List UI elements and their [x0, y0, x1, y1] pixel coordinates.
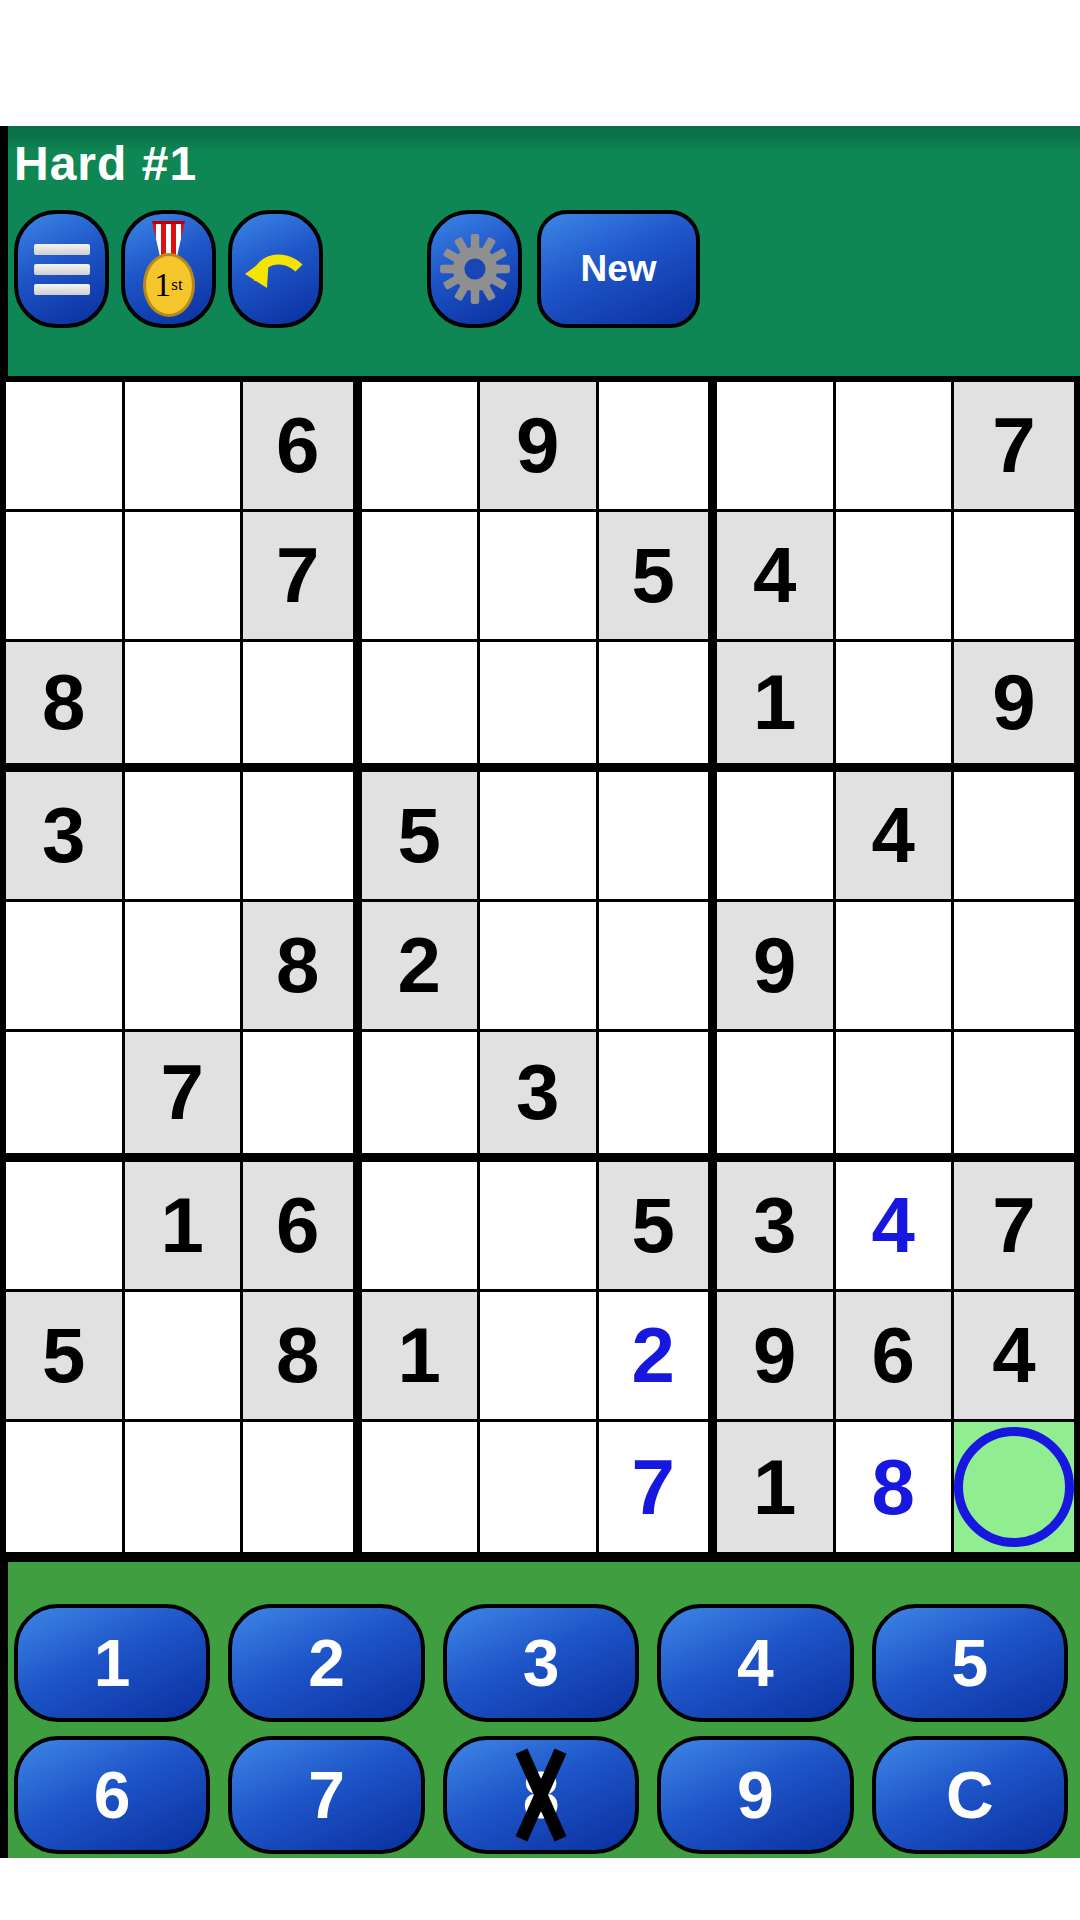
cell-r5c6[interactable]	[599, 902, 718, 1032]
cell-r2c9[interactable]	[954, 512, 1074, 642]
cell-r6c1[interactable]	[6, 1032, 125, 1162]
given-digit: 4	[992, 1310, 1035, 1401]
user-digit: 7	[632, 1442, 675, 1533]
cell-r1c9[interactable]: 7	[954, 382, 1074, 512]
header-bar: Hard #1 1st	[0, 126, 1080, 376]
undo-button[interactable]	[228, 210, 323, 328]
cell-r7c8[interactable]: 4	[836, 1162, 955, 1292]
cell-r8c7[interactable]: 9	[717, 1292, 836, 1422]
selected-cell-circle	[954, 1427, 1074, 1547]
cell-r3c6[interactable]	[599, 642, 718, 772]
given-digit: 3	[516, 1047, 559, 1138]
cell-r9c3[interactable]	[243, 1422, 362, 1552]
cell-r4c7[interactable]	[717, 772, 836, 902]
cell-r6c8[interactable]	[836, 1032, 955, 1162]
cell-r7c9[interactable]: 7	[954, 1162, 1074, 1292]
cell-r6c2[interactable]: 7	[125, 1032, 244, 1162]
cell-r2c1[interactable]	[6, 512, 125, 642]
given-digit: 2	[398, 920, 441, 1011]
cell-r1c4[interactable]	[362, 382, 481, 512]
cell-r8c4[interactable]: 1	[362, 1292, 481, 1422]
given-digit: 8	[276, 920, 319, 1011]
keypad-button-C[interactable]: C	[872, 1736, 1068, 1854]
keypad-button-label: 5	[951, 1625, 988, 1701]
keypad-button-label: 7	[308, 1757, 345, 1833]
hamburger-icon	[34, 244, 90, 295]
cell-r2c5[interactable]	[480, 512, 599, 642]
cell-r5c9[interactable]	[954, 902, 1074, 1032]
cell-r1c5[interactable]: 9	[480, 382, 599, 512]
given-digit: 6	[276, 1180, 319, 1271]
undo-arrow-icon	[243, 244, 309, 294]
given-digit: 4	[753, 530, 796, 621]
keypad-button-5[interactable]: 5	[872, 1604, 1068, 1722]
given-digit: 6	[276, 400, 319, 491]
medal-icon: 1st	[141, 221, 197, 317]
new-game-label: New	[580, 248, 656, 290]
cell-r9c7[interactable]: 1	[717, 1422, 836, 1552]
cell-r8c2[interactable]	[125, 1292, 244, 1422]
given-digit: 6	[872, 1310, 915, 1401]
cell-r8c9[interactable]: 4	[954, 1292, 1074, 1422]
given-digit: 1	[753, 657, 796, 748]
cell-r3c4[interactable]	[362, 642, 481, 772]
cell-r7c3[interactable]: 6	[243, 1162, 362, 1292]
gear-icon	[438, 232, 512, 306]
keypad-button-7[interactable]: 7	[228, 1736, 424, 1854]
keypad-button-label: 3	[523, 1625, 560, 1701]
cell-r9c5[interactable]	[480, 1422, 599, 1552]
trophy-button[interactable]: 1st	[121, 210, 216, 328]
page-title: Hard #1	[14, 136, 197, 191]
cell-r4c8[interactable]: 4	[836, 772, 955, 902]
cell-r8c8[interactable]: 6	[836, 1292, 955, 1422]
keypad-button-label: 1	[94, 1625, 131, 1701]
new-game-button[interactable]: New	[537, 210, 700, 328]
cell-r9c6[interactable]: 7	[599, 1422, 718, 1552]
given-digit: 5	[632, 1180, 675, 1271]
cell-r1c3[interactable]: 6	[243, 382, 362, 512]
cell-r5c5[interactable]	[480, 902, 599, 1032]
cell-r7c5[interactable]	[480, 1162, 599, 1292]
cell-r2c4[interactable]	[362, 512, 481, 642]
cell-r3c5[interactable]	[480, 642, 599, 772]
given-digit: 9	[992, 657, 1035, 748]
cell-r2c3[interactable]: 7	[243, 512, 362, 642]
cell-r1c2[interactable]	[125, 382, 244, 512]
keypad-button-2[interactable]: 2	[228, 1604, 424, 1722]
given-digit: 7	[276, 530, 319, 621]
keypad-button-3[interactable]: 3	[443, 1604, 639, 1722]
cell-r4c1[interactable]: 3	[6, 772, 125, 902]
cell-r3c3[interactable]	[243, 642, 362, 772]
cell-r8c1[interactable]: 5	[6, 1292, 125, 1422]
given-digit: 5	[398, 790, 441, 881]
cell-r6c3[interactable]	[243, 1032, 362, 1162]
given-digit: 3	[753, 1180, 796, 1271]
cell-r8c5[interactable]	[480, 1292, 599, 1422]
given-digit: 4	[872, 790, 915, 881]
given-digit: 1	[398, 1310, 441, 1401]
cell-r5c8[interactable]	[836, 902, 955, 1032]
cell-r6c5[interactable]: 3	[480, 1032, 599, 1162]
keypad-button-1[interactable]: 1	[14, 1604, 210, 1722]
number-keypad: 123456789C	[0, 1562, 1080, 1858]
user-digit: 8	[872, 1442, 915, 1533]
medal-rank-suffix: st	[171, 275, 182, 295]
given-digit: 7	[161, 1047, 204, 1138]
header-toolbar: 1st New	[14, 210, 700, 328]
keypad-button-9[interactable]: 9	[657, 1736, 853, 1854]
keypad-button-8[interactable]: 8	[443, 1736, 639, 1854]
cell-r4c3[interactable]	[243, 772, 362, 902]
keypad-button-4[interactable]: 4	[657, 1604, 853, 1722]
cell-r4c4[interactable]: 5	[362, 772, 481, 902]
given-digit: 5	[42, 1310, 85, 1401]
cell-r1c8[interactable]	[836, 382, 955, 512]
cell-r5c4[interactable]: 2	[362, 902, 481, 1032]
cell-r5c1[interactable]	[6, 902, 125, 1032]
keypad-button-label: 6	[94, 1757, 131, 1833]
given-digit: 1	[161, 1180, 204, 1271]
given-digit: 9	[753, 1310, 796, 1401]
cell-r7c2[interactable]: 1	[125, 1162, 244, 1292]
cell-r2c7[interactable]: 4	[717, 512, 836, 642]
given-digit: 7	[992, 1180, 1035, 1271]
cell-r5c3[interactable]: 8	[243, 902, 362, 1032]
cell-r3c1[interactable]: 8	[6, 642, 125, 772]
given-digit: 8	[276, 1310, 319, 1401]
given-digit: 9	[516, 400, 559, 491]
cell-r1c1[interactable]	[6, 382, 125, 512]
cell-r2c2[interactable]	[125, 512, 244, 642]
cell-r9c9[interactable]	[954, 1422, 1074, 1552]
cell-r5c2[interactable]	[125, 902, 244, 1032]
given-digit: 1	[753, 1442, 796, 1533]
keypad-button-label: 2	[308, 1625, 345, 1701]
cell-r6c7[interactable]	[717, 1032, 836, 1162]
settings-button[interactable]	[427, 210, 522, 328]
cell-r3c2[interactable]	[125, 642, 244, 772]
cell-r1c7[interactable]	[717, 382, 836, 512]
user-digit: 4	[872, 1180, 915, 1271]
menu-button[interactable]	[14, 210, 109, 328]
cell-r4c2[interactable]	[125, 772, 244, 902]
cell-r3c7[interactable]: 1	[717, 642, 836, 772]
keypad-button-6[interactable]: 6	[14, 1736, 210, 1854]
given-digit: 8	[42, 657, 85, 748]
cell-r9c2[interactable]	[125, 1422, 244, 1552]
given-digit: 9	[753, 920, 796, 1011]
cell-r4c6[interactable]	[599, 772, 718, 902]
cell-r3c9[interactable]: 9	[954, 642, 1074, 772]
cell-r6c9[interactable]	[954, 1032, 1074, 1162]
keypad-button-label: 4	[737, 1625, 774, 1701]
user-digit: 2	[632, 1310, 675, 1401]
cell-r4c9[interactable]	[954, 772, 1074, 902]
given-digit: 3	[42, 790, 85, 881]
cell-r9c8[interactable]: 8	[836, 1422, 955, 1552]
cell-r7c1[interactable]	[6, 1162, 125, 1292]
cell-r7c6[interactable]: 5	[599, 1162, 718, 1292]
sudoku-grid: 697754819354829731653475812964718	[0, 376, 1080, 1562]
cell-r4c5[interactable]	[480, 772, 599, 902]
cell-r5c7[interactable]: 9	[717, 902, 836, 1032]
cell-r8c6[interactable]: 2	[599, 1292, 718, 1422]
cell-r7c4[interactable]	[362, 1162, 481, 1292]
cell-r7c7[interactable]: 3	[717, 1162, 836, 1292]
keypad-button-label: 9	[737, 1757, 774, 1833]
cell-r1c6[interactable]	[599, 382, 718, 512]
keypad-button-label: C	[946, 1757, 994, 1833]
cell-r8c3[interactable]: 8	[243, 1292, 362, 1422]
cell-r9c1[interactable]	[6, 1422, 125, 1552]
cell-r9c4[interactable]	[362, 1422, 481, 1552]
given-digit: 5	[632, 530, 675, 621]
cell-r6c4[interactable]	[362, 1032, 481, 1162]
cell-r3c8[interactable]	[836, 642, 955, 772]
cell-r2c8[interactable]	[836, 512, 955, 642]
cell-r6c6[interactable]	[599, 1032, 718, 1162]
medal-rank-number: 1	[154, 266, 171, 304]
cell-r2c6[interactable]: 5	[599, 512, 718, 642]
given-digit: 7	[992, 400, 1035, 491]
